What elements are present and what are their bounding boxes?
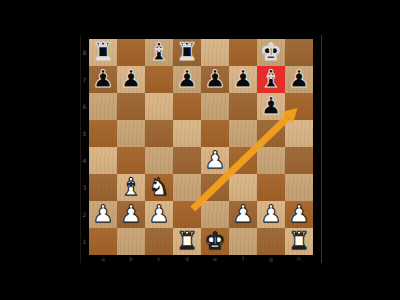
square-e3[interactable] bbox=[201, 174, 229, 201]
square-c6[interactable] bbox=[145, 93, 173, 120]
square-a1[interactable] bbox=[89, 228, 117, 255]
square-d5[interactable] bbox=[173, 120, 201, 147]
piece-black-rook-a8: ♜ bbox=[92, 39, 114, 66]
square-h7[interactable]: ♟ bbox=[285, 66, 313, 93]
file-label-e: e bbox=[201, 255, 229, 263]
board-squares: ♜♝♜♚♟♟♟♟♟♝♟♟♟♝♞♟♟♟♟♟♟♜♚♜ bbox=[89, 39, 313, 255]
video-frame: 87654321 ♜♝♜♚♟♟♟♟♟♝♟♟♟♝♞♟♟♟♟♟♟♜♚♜ abcdef… bbox=[0, 0, 400, 300]
square-f8[interactable] bbox=[229, 39, 257, 66]
file-label-b: b bbox=[117, 255, 145, 263]
square-f7[interactable]: ♟ bbox=[229, 66, 257, 93]
square-a7[interactable]: ♟ bbox=[89, 66, 117, 93]
piece-black-pawn-h7: ♟ bbox=[288, 66, 310, 93]
piece-white-knight-c3: ♞ bbox=[148, 174, 170, 201]
square-g4[interactable] bbox=[257, 147, 285, 174]
file-label-a: a bbox=[89, 255, 117, 263]
square-e6[interactable] bbox=[201, 93, 229, 120]
square-h4[interactable] bbox=[285, 147, 313, 174]
square-a3[interactable] bbox=[89, 174, 117, 201]
piece-white-pawn-c2: ♟ bbox=[148, 201, 170, 228]
square-a5[interactable] bbox=[89, 120, 117, 147]
square-e8[interactable] bbox=[201, 39, 229, 66]
square-b6[interactable] bbox=[117, 93, 145, 120]
file-label-d: d bbox=[173, 255, 201, 263]
square-b1[interactable] bbox=[117, 228, 145, 255]
square-g5[interactable] bbox=[257, 120, 285, 147]
piece-black-pawn-e7: ♟ bbox=[204, 66, 226, 93]
square-g3[interactable] bbox=[257, 174, 285, 201]
piece-black-pawn-g6: ♟ bbox=[260, 93, 282, 120]
piece-black-pawn-a7: ♟ bbox=[92, 66, 114, 93]
rank-labels: 87654321 bbox=[80, 39, 89, 255]
square-a4[interactable] bbox=[89, 147, 117, 174]
piece-black-pawn-d7: ♟ bbox=[176, 66, 198, 93]
square-a2[interactable]: ♟ bbox=[89, 201, 117, 228]
piece-white-pawn-f2: ♟ bbox=[232, 201, 254, 228]
rank-label-8: 8 bbox=[80, 39, 89, 66]
square-a6[interactable] bbox=[89, 93, 117, 120]
piece-white-rook-h1: ♜ bbox=[288, 228, 310, 255]
square-c5[interactable] bbox=[145, 120, 173, 147]
square-b4[interactable] bbox=[117, 147, 145, 174]
square-f3[interactable] bbox=[229, 174, 257, 201]
square-b8[interactable] bbox=[117, 39, 145, 66]
square-d2[interactable] bbox=[173, 201, 201, 228]
piece-white-pawn-b2: ♟ bbox=[120, 201, 142, 228]
square-g1[interactable] bbox=[257, 228, 285, 255]
rank-label-6: 6 bbox=[80, 93, 89, 120]
rank-label-5: 5 bbox=[80, 120, 89, 147]
rank-label-3: 3 bbox=[80, 174, 89, 201]
piece-black-king-g8: ♚ bbox=[260, 39, 282, 66]
file-label-c: c bbox=[145, 255, 173, 263]
piece-white-king-e1: ♚ bbox=[204, 228, 226, 255]
square-b3[interactable]: ♝ bbox=[117, 174, 145, 201]
square-c8[interactable]: ♝ bbox=[145, 39, 173, 66]
square-h2[interactable]: ♟ bbox=[285, 201, 313, 228]
square-g8[interactable]: ♚ bbox=[257, 39, 285, 66]
file-label-f: f bbox=[229, 255, 257, 263]
chess-board: 87654321 ♜♝♜♚♟♟♟♟♟♝♟♟♟♝♞♟♟♟♟♟♟♜♚♜ abcdef… bbox=[80, 35, 322, 263]
square-e7[interactable]: ♟ bbox=[201, 66, 229, 93]
square-b5[interactable] bbox=[117, 120, 145, 147]
rank-label-4: 4 bbox=[80, 147, 89, 174]
square-c3[interactable]: ♞ bbox=[145, 174, 173, 201]
square-a8[interactable]: ♜ bbox=[89, 39, 117, 66]
piece-white-pawn-a2: ♟ bbox=[92, 201, 114, 228]
square-e1[interactable]: ♚ bbox=[201, 228, 229, 255]
piece-black-bishop-c8: ♝ bbox=[148, 39, 170, 66]
square-d4[interactable] bbox=[173, 147, 201, 174]
square-d8[interactable]: ♜ bbox=[173, 39, 201, 66]
square-e5[interactable] bbox=[201, 120, 229, 147]
square-h6[interactable] bbox=[285, 93, 313, 120]
square-g2[interactable]: ♟ bbox=[257, 201, 285, 228]
square-d1[interactable]: ♜ bbox=[173, 228, 201, 255]
rank-label-2: 2 bbox=[80, 201, 89, 228]
piece-black-pawn-b7: ♟ bbox=[120, 66, 142, 93]
piece-white-pawn-e4: ♟ bbox=[204, 147, 226, 174]
square-h8[interactable] bbox=[285, 39, 313, 66]
piece-white-bishop-b3: ♝ bbox=[120, 174, 142, 201]
piece-white-rook-d1: ♜ bbox=[176, 228, 198, 255]
piece-white-pawn-h2: ♟ bbox=[288, 201, 310, 228]
square-g6[interactable]: ♟ bbox=[257, 93, 285, 120]
file-labels: abcdefgh bbox=[89, 255, 313, 263]
rank-label-7: 7 bbox=[80, 66, 89, 93]
square-c2[interactable]: ♟ bbox=[145, 201, 173, 228]
file-label-g: g bbox=[257, 255, 285, 263]
square-f1[interactable] bbox=[229, 228, 257, 255]
square-d6[interactable] bbox=[173, 93, 201, 120]
square-g7[interactable]: ♝ bbox=[257, 66, 285, 93]
file-label-h: h bbox=[285, 255, 313, 263]
square-f4[interactable] bbox=[229, 147, 257, 174]
piece-black-rook-d8: ♜ bbox=[176, 39, 198, 66]
square-b7[interactable]: ♟ bbox=[117, 66, 145, 93]
piece-black-pawn-f7: ♟ bbox=[232, 66, 254, 93]
square-d3[interactable] bbox=[173, 174, 201, 201]
square-c1[interactable] bbox=[145, 228, 173, 255]
square-b2[interactable]: ♟ bbox=[117, 201, 145, 228]
square-c7[interactable] bbox=[145, 66, 173, 93]
square-f5[interactable] bbox=[229, 120, 257, 147]
square-c4[interactable] bbox=[145, 147, 173, 174]
square-f2[interactable]: ♟ bbox=[229, 201, 257, 228]
square-d7[interactable]: ♟ bbox=[173, 66, 201, 93]
square-f6[interactable] bbox=[229, 93, 257, 120]
square-e2[interactable] bbox=[201, 201, 229, 228]
square-h3[interactable] bbox=[285, 174, 313, 201]
piece-black-bishop-g7: ♝ bbox=[260, 66, 282, 93]
piece-white-pawn-g2: ♟ bbox=[260, 201, 282, 228]
square-e4[interactable]: ♟ bbox=[201, 147, 229, 174]
rank-label-1: 1 bbox=[80, 228, 89, 255]
square-h1[interactable]: ♜ bbox=[285, 228, 313, 255]
square-h5[interactable] bbox=[285, 120, 313, 147]
